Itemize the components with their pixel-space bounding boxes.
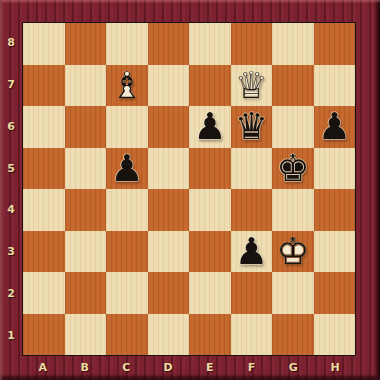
square-e5[interactable] <box>189 148 231 190</box>
square-a4[interactable] <box>23 189 65 231</box>
square-b6[interactable] <box>65 106 107 148</box>
square-f5[interactable] <box>231 148 273 190</box>
square-e1[interactable] <box>189 314 231 356</box>
square-f1[interactable] <box>231 314 273 356</box>
file-label-d: D <box>147 356 189 378</box>
square-h2[interactable] <box>314 272 356 314</box>
piece-black-pawn[interactable]: ♟ <box>231 231 273 273</box>
square-a2[interactable] <box>23 272 65 314</box>
file-label-e: E <box>189 356 231 378</box>
chessboard-app: 87654321 ABCDEFGH ♝♗♛♕♟♛♟♟♚♟♚♔ <box>0 0 380 380</box>
white-king-glyph: ♔ <box>272 231 314 273</box>
file-label-g: G <box>273 356 315 378</box>
square-f4[interactable] <box>231 189 273 231</box>
square-a8[interactable] <box>23 23 65 65</box>
piece-black-pawn[interactable]: ♟ <box>189 106 231 148</box>
square-b4[interactable] <box>65 189 107 231</box>
square-b2[interactable] <box>65 272 107 314</box>
piece-black-king[interactable]: ♚ <box>272 148 314 190</box>
square-d8[interactable] <box>148 23 190 65</box>
square-c4[interactable] <box>106 189 148 231</box>
piece-black-pawn[interactable]: ♟ <box>106 148 148 190</box>
square-g8[interactable] <box>272 23 314 65</box>
square-a6[interactable] <box>23 106 65 148</box>
rank-label-5: 5 <box>0 147 22 189</box>
square-e2[interactable] <box>189 272 231 314</box>
square-b5[interactable] <box>65 148 107 190</box>
square-d7[interactable] <box>148 65 190 107</box>
square-d6[interactable] <box>148 106 190 148</box>
piece-black-queen[interactable]: ♛ <box>231 106 273 148</box>
black-pawn-glyph: ♟ <box>189 106 231 148</box>
square-e8[interactable] <box>189 23 231 65</box>
square-d3[interactable] <box>148 231 190 273</box>
square-c3[interactable] <box>106 231 148 273</box>
white-bishop-glyph: ♗ <box>106 65 148 107</box>
piece-white-queen[interactable]: ♛♕ <box>231 65 273 107</box>
square-h5[interactable] <box>314 148 356 190</box>
square-c8[interactable] <box>106 23 148 65</box>
black-queen-glyph: ♛ <box>231 106 273 148</box>
square-c5[interactable]: ♟ <box>106 148 148 190</box>
square-f7[interactable]: ♛♕ <box>231 65 273 107</box>
square-g5[interactable]: ♚ <box>272 148 314 190</box>
square-e3[interactable] <box>189 231 231 273</box>
square-g4[interactable] <box>272 189 314 231</box>
square-g6[interactable] <box>272 106 314 148</box>
file-label-a: A <box>22 356 64 378</box>
rank-label-6: 6 <box>0 106 22 148</box>
rank-labels: 87654321 <box>0 22 22 356</box>
rank-label-7: 7 <box>0 64 22 106</box>
black-pawn-glyph: ♟ <box>314 106 356 148</box>
black-pawn-glyph: ♟ <box>106 148 148 190</box>
square-h3[interactable] <box>314 231 356 273</box>
square-h7[interactable] <box>314 65 356 107</box>
square-c2[interactable] <box>106 272 148 314</box>
white-queen-glyph: ♕ <box>231 65 273 107</box>
square-a1[interactable] <box>23 314 65 356</box>
square-f8[interactable] <box>231 23 273 65</box>
file-label-f: F <box>231 356 273 378</box>
square-a3[interactable] <box>23 231 65 273</box>
piece-white-bishop[interactable]: ♝♗ <box>106 65 148 107</box>
square-h1[interactable] <box>314 314 356 356</box>
file-label-h: H <box>314 356 356 378</box>
file-label-c: C <box>106 356 148 378</box>
square-g3[interactable]: ♚♔ <box>272 231 314 273</box>
rank-label-4: 4 <box>0 189 22 231</box>
square-c6[interactable] <box>106 106 148 148</box>
rank-label-8: 8 <box>0 22 22 64</box>
square-b3[interactable] <box>65 231 107 273</box>
square-h4[interactable] <box>314 189 356 231</box>
square-e6[interactable]: ♟ <box>189 106 231 148</box>
square-c1[interactable] <box>106 314 148 356</box>
rank-label-2: 2 <box>0 273 22 315</box>
rank-label-1: 1 <box>0 314 22 356</box>
square-d2[interactable] <box>148 272 190 314</box>
square-a7[interactable] <box>23 65 65 107</box>
square-b8[interactable] <box>65 23 107 65</box>
square-f3[interactable]: ♟ <box>231 231 273 273</box>
square-f6[interactable]: ♛ <box>231 106 273 148</box>
piece-black-pawn[interactable]: ♟ <box>314 106 356 148</box>
square-f2[interactable] <box>231 272 273 314</box>
square-b1[interactable] <box>65 314 107 356</box>
square-d1[interactable] <box>148 314 190 356</box>
square-d5[interactable] <box>148 148 190 190</box>
square-h8[interactable] <box>314 23 356 65</box>
chess-board[interactable]: ♝♗♛♕♟♛♟♟♚♟♚♔ <box>22 22 356 356</box>
square-e7[interactable] <box>189 65 231 107</box>
square-b7[interactable] <box>65 65 107 107</box>
square-g2[interactable] <box>272 272 314 314</box>
black-pawn-glyph: ♟ <box>231 231 273 273</box>
file-label-b: B <box>64 356 106 378</box>
rank-label-3: 3 <box>0 231 22 273</box>
square-a5[interactable] <box>23 148 65 190</box>
square-e4[interactable] <box>189 189 231 231</box>
black-king-glyph: ♚ <box>272 148 314 190</box>
piece-white-king[interactable]: ♚♔ <box>272 231 314 273</box>
square-d4[interactable] <box>148 189 190 231</box>
file-labels: ABCDEFGH <box>22 356 356 378</box>
square-g7[interactable] <box>272 65 314 107</box>
square-h6[interactable]: ♟ <box>314 106 356 148</box>
square-g1[interactable] <box>272 314 314 356</box>
square-c7[interactable]: ♝♗ <box>106 65 148 107</box>
